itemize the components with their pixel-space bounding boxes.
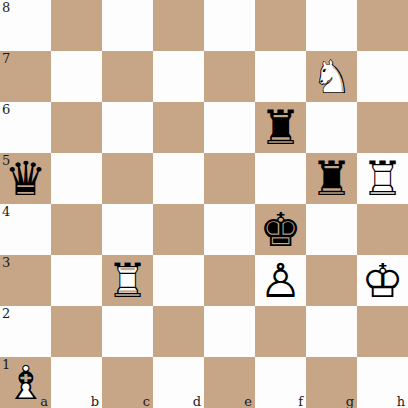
square-e7[interactable] — [204, 51, 255, 102]
square-h3[interactable]: ♚♔ — [357, 255, 408, 306]
square-h6[interactable] — [357, 102, 408, 153]
square-d5[interactable] — [153, 153, 204, 204]
square-g3[interactable] — [306, 255, 357, 306]
white-rook-icon: ♖ — [102, 255, 153, 306]
black-queen-icon: ♛ — [0, 153, 51, 204]
square-c8[interactable] — [102, 0, 153, 51]
black-king-icon: ♚ — [255, 204, 306, 255]
square-h7[interactable] — [357, 51, 408, 102]
square-b3[interactable] — [51, 255, 102, 306]
square-g1[interactable]: g — [306, 357, 357, 408]
square-a7[interactable]: 7 — [0, 51, 51, 102]
white-bishop-icon: ♗ — [0, 357, 51, 408]
square-g2[interactable] — [306, 306, 357, 357]
square-a5[interactable]: 5♛ — [0, 153, 51, 204]
white-knight[interactable]: ♞♘ — [306, 51, 357, 102]
rank-label-7: 7 — [2, 52, 10, 66]
file-label-e: e — [244, 395, 252, 408]
square-b6[interactable] — [51, 102, 102, 153]
chess-board: 87♞♘6♜5♛♜♜♖4♚3♜♖♟♙♚♔21a♝♗bcdefgh — [0, 0, 408, 408]
square-b8[interactable] — [51, 0, 102, 51]
square-h4[interactable] — [357, 204, 408, 255]
square-g8[interactable] — [306, 0, 357, 51]
square-e4[interactable] — [204, 204, 255, 255]
square-c2[interactable] — [102, 306, 153, 357]
square-e3[interactable] — [204, 255, 255, 306]
black-rook-icon: ♜ — [306, 153, 357, 204]
square-d7[interactable] — [153, 51, 204, 102]
square-g4[interactable] — [306, 204, 357, 255]
square-c3[interactable]: ♜♖ — [102, 255, 153, 306]
white-rook[interactable]: ♜♖ — [102, 255, 153, 306]
square-d4[interactable] — [153, 204, 204, 255]
square-f8[interactable] — [255, 0, 306, 51]
square-d1[interactable]: d — [153, 357, 204, 408]
square-e5[interactable] — [204, 153, 255, 204]
square-c6[interactable] — [102, 102, 153, 153]
square-d3[interactable] — [153, 255, 204, 306]
square-a1[interactable]: 1a♝♗ — [0, 357, 51, 408]
white-king[interactable]: ♚♔ — [357, 255, 408, 306]
rank-label-6: 6 — [2, 103, 10, 117]
square-f3[interactable]: ♟♙ — [255, 255, 306, 306]
square-a4[interactable]: 4 — [0, 204, 51, 255]
rank-label-3: 3 — [2, 256, 10, 270]
square-e8[interactable] — [204, 0, 255, 51]
white-rook[interactable]: ♜♖ — [357, 153, 408, 204]
square-c5[interactable] — [102, 153, 153, 204]
square-c7[interactable] — [102, 51, 153, 102]
square-b1[interactable]: b — [51, 357, 102, 408]
square-b2[interactable] — [51, 306, 102, 357]
white-knight-icon: ♘ — [306, 51, 357, 102]
rank-label-2: 2 — [2, 307, 10, 321]
square-b5[interactable] — [51, 153, 102, 204]
square-h1[interactable]: h — [357, 357, 408, 408]
file-label-g: g — [346, 395, 354, 408]
rank-label-4: 4 — [2, 205, 10, 219]
file-label-h: h — [397, 395, 405, 408]
file-label-c: c — [143, 395, 150, 408]
square-g7[interactable]: ♞♘ — [306, 51, 357, 102]
white-king-icon: ♔ — [357, 255, 408, 306]
black-rook-icon: ♜ — [255, 102, 306, 153]
white-pawn-icon: ♙ — [255, 255, 306, 306]
black-rook[interactable]: ♜ — [255, 102, 306, 153]
square-f6[interactable]: ♜ — [255, 102, 306, 153]
square-g5[interactable]: ♜ — [306, 153, 357, 204]
square-a2[interactable]: 2 — [0, 306, 51, 357]
file-label-d: d — [193, 395, 201, 408]
square-d8[interactable] — [153, 0, 204, 51]
white-bishop[interactable]: ♝♗ — [0, 357, 51, 408]
file-label-b: b — [91, 395, 99, 408]
square-d6[interactable] — [153, 102, 204, 153]
square-a8[interactable]: 8 — [0, 0, 51, 51]
square-f1[interactable]: f — [255, 357, 306, 408]
square-a6[interactable]: 6 — [0, 102, 51, 153]
square-f2[interactable] — [255, 306, 306, 357]
square-a3[interactable]: 3 — [0, 255, 51, 306]
black-queen[interactable]: ♛ — [0, 153, 51, 204]
black-rook[interactable]: ♜ — [306, 153, 357, 204]
rank-label-8: 8 — [2, 1, 10, 15]
black-king[interactable]: ♚ — [255, 204, 306, 255]
square-e2[interactable] — [204, 306, 255, 357]
square-g6[interactable] — [306, 102, 357, 153]
square-f4[interactable]: ♚ — [255, 204, 306, 255]
white-pawn[interactable]: ♟♙ — [255, 255, 306, 306]
square-h5[interactable]: ♜♖ — [357, 153, 408, 204]
square-h2[interactable] — [357, 306, 408, 357]
square-e6[interactable] — [204, 102, 255, 153]
file-label-f: f — [298, 395, 303, 408]
square-d2[interactable] — [153, 306, 204, 357]
square-h8[interactable] — [357, 0, 408, 51]
square-e1[interactable]: e — [204, 357, 255, 408]
square-f7[interactable] — [255, 51, 306, 102]
square-b4[interactable] — [51, 204, 102, 255]
square-f5[interactable] — [255, 153, 306, 204]
square-b7[interactable] — [51, 51, 102, 102]
white-rook-icon: ♖ — [357, 153, 408, 204]
square-c4[interactable] — [102, 204, 153, 255]
square-c1[interactable]: c — [102, 357, 153, 408]
